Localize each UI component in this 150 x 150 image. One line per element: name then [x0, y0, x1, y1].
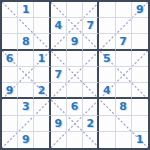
given-digit: 4 [103, 85, 111, 96]
sudoku-cell-r5c4[interactable]: 7 [51, 67, 67, 83]
sudoku-cell-r1c3[interactable] [34, 2, 50, 18]
given-digit: 1 [38, 53, 46, 64]
sudoku-cell-r8c6[interactable]: 2 [83, 116, 99, 132]
sudoku-cell-r8c3[interactable] [34, 116, 50, 132]
sudoku-cell-r1c1[interactable] [2, 2, 18, 18]
given-digit: 8 [119, 101, 127, 112]
sudoku-cell-r3c7[interactable] [99, 34, 115, 50]
given-digit: 1 [136, 134, 144, 145]
sudoku-cell-r4c6[interactable] [83, 51, 99, 67]
sudoku-cell-r7c4[interactable] [51, 99, 67, 115]
sudoku-cell-r7c3[interactable] [34, 99, 50, 115]
sudoku-cell-r9c3[interactable] [34, 132, 50, 148]
sudoku-cell-r4c3[interactable]: 1 [34, 51, 50, 67]
sudoku-cell-r9c1[interactable] [2, 132, 18, 148]
sudoku-cell-r2c7[interactable] [99, 18, 115, 34]
sudoku-cell-r3c6[interactable] [83, 34, 99, 50]
sudoku-cell-r3c3[interactable] [34, 34, 50, 50]
given-digit: 1 [22, 4, 30, 15]
sudoku-cell-r3c5[interactable]: 9 [67, 34, 83, 50]
sudoku-cell-r6c9[interactable] [132, 83, 148, 99]
given-digit: 7 [119, 36, 127, 47]
sudoku-cell-r4c9[interactable] [132, 51, 148, 67]
sudoku-cell-r5c3[interactable] [34, 67, 50, 83]
sudoku-cell-r5c1[interactable] [2, 67, 18, 83]
sudoku-cell-r5c8[interactable] [116, 67, 132, 83]
sudoku-cell-r1c9[interactable]: 9 [132, 2, 148, 18]
sudoku-cell-r4c4[interactable] [51, 51, 67, 67]
sudoku-cell-r7c5[interactable]: 6 [67, 99, 83, 115]
sudoku-cell-r8c7[interactable] [99, 116, 115, 132]
sudoku-cell-r8c2[interactable] [18, 116, 34, 132]
given-digit: 6 [6, 53, 14, 64]
sudoku-cell-r4c5[interactable] [67, 51, 83, 67]
given-digit: 2 [38, 85, 46, 96]
sudoku-cell-r1c8[interactable] [116, 2, 132, 18]
sudoku-cell-r6c5[interactable] [67, 83, 83, 99]
sudoku-cell-r7c8[interactable]: 8 [116, 99, 132, 115]
sudoku-cell-r5c6[interactable] [83, 67, 99, 83]
sudoku-cell-r9c6[interactable] [83, 132, 99, 148]
sudoku-cell-r7c1[interactable] [2, 99, 18, 115]
sudoku-grid: 194789761579243689291 [2, 2, 148, 148]
sudoku-cell-r6c1[interactable]: 9 [2, 83, 18, 99]
sudoku-cell-r7c6[interactable] [83, 99, 99, 115]
sudoku-cell-r2c9[interactable] [132, 18, 148, 34]
sudoku-cell-r7c9[interactable] [132, 99, 148, 115]
given-digit: 7 [86, 20, 94, 31]
sudoku-cell-r2c4[interactable]: 4 [51, 18, 67, 34]
sudoku-cell-r1c5[interactable] [67, 2, 83, 18]
sudoku-cell-r8c4[interactable]: 9 [51, 116, 67, 132]
given-digit: 3 [22, 101, 30, 112]
sudoku-cell-r3c8[interactable]: 7 [116, 34, 132, 50]
given-digit: 5 [103, 53, 111, 64]
sudoku-cell-r2c6[interactable]: 7 [83, 18, 99, 34]
sudoku-cell-r2c3[interactable] [34, 18, 50, 34]
sudoku-cell-r4c1[interactable]: 6 [2, 51, 18, 67]
sudoku-cell-r6c8[interactable] [116, 83, 132, 99]
sudoku-cell-r2c2[interactable] [18, 18, 34, 34]
given-digit: 9 [6, 85, 14, 96]
given-digit: 8 [22, 36, 30, 47]
sudoku-board: 194789761579243689291 [0, 0, 150, 150]
sudoku-cell-r9c4[interactable] [51, 132, 67, 148]
sudoku-cell-r6c7[interactable]: 4 [99, 83, 115, 99]
sudoku-cell-r6c4[interactable] [51, 83, 67, 99]
sudoku-cell-r4c2[interactable] [18, 51, 34, 67]
given-digit: 7 [54, 69, 62, 80]
given-digit: 9 [71, 36, 79, 47]
sudoku-cell-r3c4[interactable] [51, 34, 67, 50]
sudoku-cell-r7c7[interactable] [99, 99, 115, 115]
sudoku-cell-r1c6[interactable] [83, 2, 99, 18]
sudoku-cell-r8c5[interactable] [67, 116, 83, 132]
sudoku-cell-r1c4[interactable] [51, 2, 67, 18]
sudoku-cell-r5c2[interactable] [18, 67, 34, 83]
sudoku-cell-r9c9[interactable]: 1 [132, 132, 148, 148]
sudoku-cell-r9c2[interactable]: 9 [18, 132, 34, 148]
given-digit: 2 [86, 118, 94, 129]
given-digit: 6 [71, 101, 79, 112]
given-digit: 9 [54, 118, 62, 129]
sudoku-cell-r3c9[interactable] [132, 34, 148, 50]
given-digit: 4 [54, 20, 62, 31]
sudoku-cell-r5c5[interactable] [67, 67, 83, 83]
sudoku-cell-r1c7[interactable] [99, 2, 115, 18]
sudoku-cell-r2c5[interactable] [67, 18, 83, 34]
sudoku-cell-r6c6[interactable] [83, 83, 99, 99]
sudoku-cell-r9c5[interactable] [67, 132, 83, 148]
sudoku-cell-r4c7[interactable]: 5 [99, 51, 115, 67]
sudoku-cell-r8c8[interactable] [116, 116, 132, 132]
sudoku-cell-r3c2[interactable]: 8 [18, 34, 34, 50]
sudoku-cell-r8c9[interactable] [132, 116, 148, 132]
sudoku-cell-r9c7[interactable] [99, 132, 115, 148]
sudoku-cell-r5c9[interactable] [132, 67, 148, 83]
sudoku-cell-r7c2[interactable]: 3 [18, 99, 34, 115]
sudoku-cell-r2c8[interactable] [116, 18, 132, 34]
sudoku-cell-r6c2[interactable] [18, 83, 34, 99]
sudoku-cell-r1c2[interactable]: 1 [18, 2, 34, 18]
sudoku-cell-r2c1[interactable] [2, 18, 18, 34]
sudoku-cell-r9c8[interactable] [116, 132, 132, 148]
sudoku-cell-r5c7[interactable] [99, 67, 115, 83]
given-digit: 9 [22, 134, 30, 145]
sudoku-cell-r6c3[interactable]: 2 [34, 83, 50, 99]
sudoku-cell-r4c8[interactable] [116, 51, 132, 67]
sudoku-cell-r8c1[interactable] [2, 116, 18, 132]
given-digit: 9 [136, 4, 144, 15]
sudoku-cell-r3c1[interactable] [2, 34, 18, 50]
